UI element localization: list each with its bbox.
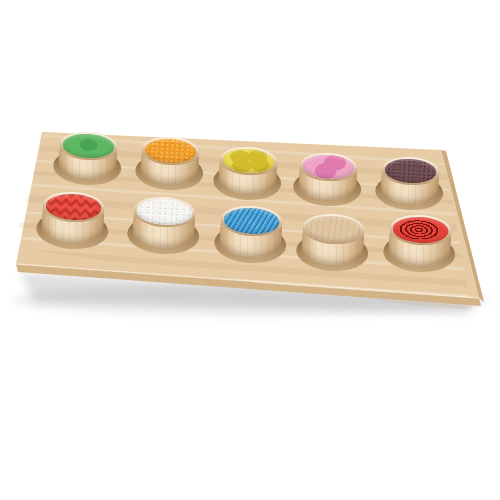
piece-plain-wood[interactable]	[301, 212, 366, 267]
piece-brown-grit[interactable]	[380, 155, 441, 205]
piece-white-fluffy[interactable]	[132, 195, 197, 250]
pieces-layer	[0, 0, 500, 500]
piece-red-zigzag[interactable]	[41, 190, 106, 245]
piece-red-rings[interactable]	[388, 213, 453, 268]
piece-pink-two-dots[interactable]	[298, 151, 359, 201]
piece-green-one-dot[interactable]	[58, 130, 119, 180]
piece-yellow-four-dots[interactable]	[218, 145, 279, 195]
piece-blue-stripes[interactable]	[219, 204, 284, 259]
product-photo-scene	[0, 0, 500, 500]
piece-orange-fuzzy[interactable]	[140, 135, 201, 185]
